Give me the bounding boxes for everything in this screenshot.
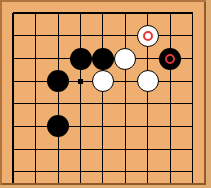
grid-line-vertical <box>147 93 148 116</box>
board-intersection[interactable] <box>92 160 114 183</box>
board-intersection[interactable] <box>137 25 159 48</box>
grid-line-vertical <box>102 25 103 48</box>
board-intersection[interactable] <box>159 115 181 138</box>
grid-line-vertical <box>12 93 14 116</box>
go-board-diagram <box>0 0 211 188</box>
grid-line-vertical <box>80 160 81 183</box>
grid-line-vertical <box>147 138 148 161</box>
board-intersection[interactable] <box>159 2 181 25</box>
grid-line-vertical <box>102 160 103 183</box>
board-intersection[interactable] <box>69 138 91 161</box>
grid-line-vertical <box>58 93 59 116</box>
board-intersection[interactable] <box>114 25 136 48</box>
board-intersection[interactable] <box>159 25 181 48</box>
board-intersection[interactable] <box>92 93 114 116</box>
board-intersection[interactable] <box>69 25 91 48</box>
grid-line-vertical <box>125 70 126 93</box>
grid-line-vertical <box>170 70 171 93</box>
board-intersection[interactable] <box>2 93 24 116</box>
board-grid <box>2 2 204 183</box>
board-intersection[interactable] <box>47 93 69 116</box>
board-intersection[interactable] <box>137 115 159 138</box>
board-intersection[interactable] <box>2 160 24 183</box>
board-intersection[interactable] <box>159 47 181 70</box>
grid-line-vertical <box>102 138 103 161</box>
grid-line-vertical <box>12 13 14 24</box>
grid-line-horizontal <box>13 171 24 172</box>
board-intersection[interactable] <box>2 2 24 25</box>
grid-line-vertical <box>80 93 81 116</box>
grid-line-horizontal <box>13 81 24 82</box>
grid-line-vertical <box>147 47 148 70</box>
grid-line-vertical <box>147 115 148 138</box>
board-intersection[interactable] <box>114 115 136 138</box>
black-stone[interactable] <box>47 115 69 137</box>
grid-line-vertical <box>102 115 103 138</box>
white-stone[interactable] <box>92 70 114 92</box>
grid-line-vertical <box>35 93 36 116</box>
board-intersection[interactable] <box>182 47 204 70</box>
grid-line-horizontal <box>182 171 193 172</box>
board-intersection[interactable] <box>92 138 114 161</box>
grid-line-vertical <box>147 13 148 24</box>
grid-line-vertical <box>35 47 36 70</box>
grid-line-vertical <box>147 160 148 183</box>
board-intersection[interactable] <box>159 93 181 116</box>
grid-line-vertical <box>125 138 126 161</box>
board-intersection[interactable] <box>24 70 46 93</box>
grid-line-vertical <box>12 47 14 70</box>
grid-line-vertical <box>58 138 59 161</box>
circle-marker <box>143 31 153 41</box>
grid-line-vertical <box>35 160 36 183</box>
grid-line-vertical <box>35 138 36 161</box>
board-intersection[interactable] <box>24 160 46 183</box>
board-intersection[interactable] <box>114 2 136 25</box>
board-intersection[interactable] <box>182 160 204 183</box>
board-intersection[interactable] <box>47 47 69 70</box>
grid-line-vertical <box>58 47 59 70</box>
grid-line-vertical <box>102 93 103 116</box>
grid-line-vertical <box>12 160 14 183</box>
board-intersection[interactable] <box>182 70 204 93</box>
grid-line-vertical <box>170 93 171 116</box>
board-intersection[interactable] <box>159 70 181 93</box>
grid-line-vertical <box>170 160 171 183</box>
board-intersection[interactable] <box>2 47 24 70</box>
grid-line-vertical <box>102 13 103 24</box>
grid-line-vertical <box>192 70 193 93</box>
white-stone[interactable] <box>137 70 159 92</box>
board-intersection[interactable] <box>69 93 91 116</box>
black-stone[interactable] <box>47 70 69 92</box>
board-intersection[interactable] <box>114 160 136 183</box>
grid-line-vertical <box>58 160 59 183</box>
board-intersection[interactable] <box>159 138 181 161</box>
grid-line-vertical <box>35 13 36 24</box>
board-intersection[interactable] <box>24 2 46 25</box>
grid-line-vertical <box>192 93 193 116</box>
grid-line-horizontal <box>182 35 193 36</box>
grid-line-vertical <box>12 115 14 138</box>
board-intersection[interactable] <box>24 47 46 70</box>
board-intersection[interactable] <box>114 70 136 93</box>
grid-line-vertical <box>125 13 126 24</box>
board-intersection[interactable] <box>69 47 91 70</box>
grid-line-vertical <box>35 70 36 93</box>
board-intersection[interactable] <box>47 25 69 48</box>
grid-line-horizontal <box>13 58 24 59</box>
grid-line-vertical <box>35 25 36 48</box>
board-intersection[interactable] <box>24 93 46 116</box>
board-intersection[interactable] <box>182 138 204 161</box>
board-intersection[interactable] <box>69 70 91 93</box>
grid-line-vertical <box>192 25 193 48</box>
board-intersection[interactable] <box>92 47 114 70</box>
grid-line-vertical <box>58 25 59 48</box>
board-intersection[interactable] <box>92 2 114 25</box>
board-intersection[interactable] <box>2 115 24 138</box>
board-intersection[interactable] <box>24 138 46 161</box>
grid-line-vertical <box>125 25 126 48</box>
grid-line-horizontal <box>13 103 24 104</box>
board-intersection[interactable] <box>114 138 136 161</box>
white-stone[interactable] <box>114 48 136 70</box>
board-intersection[interactable] <box>24 25 46 48</box>
board-intersection[interactable] <box>137 70 159 93</box>
grid-line-horizontal <box>13 149 24 150</box>
grid-line-vertical <box>192 13 193 24</box>
black-stone[interactable] <box>159 48 181 70</box>
grid-line-vertical <box>192 115 193 138</box>
grid-line-horizontal <box>13 126 24 127</box>
board-intersection[interactable] <box>47 160 69 183</box>
grid-line-vertical <box>80 13 81 24</box>
white-stone[interactable] <box>137 25 159 47</box>
grid-line-vertical <box>125 115 126 138</box>
board-intersection[interactable] <box>47 138 69 161</box>
grid-line-horizontal <box>13 35 24 36</box>
board-intersection[interactable] <box>137 2 159 25</box>
board-intersection[interactable] <box>159 160 181 183</box>
board-intersection[interactable] <box>137 93 159 116</box>
grid-line-vertical <box>80 115 81 138</box>
grid-line-vertical <box>192 160 193 183</box>
board-intersection[interactable] <box>182 115 204 138</box>
grid-line-horizontal <box>182 126 193 127</box>
black-stone[interactable] <box>92 48 114 70</box>
board-intersection[interactable] <box>69 160 91 183</box>
grid-line-vertical <box>192 47 193 70</box>
grid-line-vertical <box>12 138 14 161</box>
grid-line-vertical <box>170 25 171 48</box>
grid-line-vertical <box>170 115 171 138</box>
board-intersection[interactable] <box>47 115 69 138</box>
board-intersection[interactable] <box>114 93 136 116</box>
grid-line-horizontal <box>13 12 24 14</box>
grid-line-vertical <box>80 138 81 161</box>
star-point <box>78 79 83 84</box>
grid-line-horizontal <box>182 103 193 104</box>
grid-line-vertical <box>125 160 126 183</box>
grid-line-vertical <box>12 70 14 93</box>
board-intersection[interactable] <box>2 138 24 161</box>
grid-line-vertical <box>192 138 193 161</box>
grid-line-vertical <box>125 93 126 116</box>
grid-line-horizontal <box>182 58 193 59</box>
grid-line-horizontal <box>182 12 193 14</box>
board-intersection[interactable] <box>92 25 114 48</box>
grid-line-horizontal <box>182 81 193 82</box>
board-intersection[interactable] <box>182 2 204 25</box>
board-intersection[interactable] <box>69 2 91 25</box>
board-intersection[interactable] <box>2 70 24 93</box>
board-intersection[interactable] <box>24 115 46 138</box>
grid-line-vertical <box>12 25 14 48</box>
grid-line-vertical <box>170 138 171 161</box>
board-intersection[interactable] <box>182 93 204 116</box>
circle-marker <box>165 54 175 64</box>
board-intersection[interactable] <box>137 160 159 183</box>
grid-line-vertical <box>170 13 171 24</box>
black-stone[interactable] <box>70 48 92 70</box>
board-intersection[interactable] <box>137 138 159 161</box>
board-intersection[interactable] <box>2 25 24 48</box>
grid-line-vertical <box>58 13 59 24</box>
grid-line-vertical <box>35 115 36 138</box>
board-intersection[interactable] <box>92 115 114 138</box>
board-intersection[interactable] <box>69 115 91 138</box>
board-intersection[interactable] <box>114 47 136 70</box>
grid-line-horizontal <box>182 149 193 150</box>
board-intersection[interactable] <box>92 70 114 93</box>
grid-line-vertical <box>80 25 81 48</box>
go-board <box>2 2 206 185</box>
board-intersection[interactable] <box>47 70 69 93</box>
board-intersection[interactable] <box>47 2 69 25</box>
board-intersection[interactable] <box>182 25 204 48</box>
board-intersection[interactable] <box>137 47 159 70</box>
